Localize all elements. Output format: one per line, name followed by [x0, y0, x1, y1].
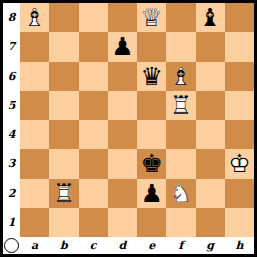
square-b6[interactable] — [49, 62, 78, 91]
square-f7[interactable] — [166, 32, 195, 61]
piece-white-king-h3: ♚♔ — [225, 149, 254, 178]
file-label-d: d — [108, 237, 137, 254]
square-h3[interactable]: ♚♔ — [225, 149, 254, 178]
square-f5[interactable]: ♜♖ — [166, 91, 195, 120]
square-a5[interactable] — [20, 91, 49, 120]
piece-black-bishop-g8: ♝ — [196, 3, 225, 32]
square-d1[interactable] — [108, 208, 137, 237]
square-h2[interactable] — [225, 179, 254, 208]
rank-label-2: 2 — [3, 179, 20, 208]
square-g1[interactable] — [196, 208, 225, 237]
square-a3[interactable] — [20, 149, 49, 178]
file-label-f: f — [166, 237, 195, 254]
file-label-b: b — [49, 237, 78, 254]
square-a1[interactable] — [20, 208, 49, 237]
square-f4[interactable] — [166, 120, 195, 149]
square-h7[interactable] — [225, 32, 254, 61]
file-label-h: h — [225, 237, 254, 254]
file-label-c: c — [79, 237, 108, 254]
piece-white-bishop-a8: ♝♗ — [20, 3, 49, 32]
square-h1[interactable] — [225, 208, 254, 237]
square-g6[interactable] — [196, 62, 225, 91]
white-to-move-indicator — [4, 238, 19, 253]
rank-label-1: 1 — [3, 208, 20, 237]
square-h4[interactable] — [225, 120, 254, 149]
square-d4[interactable] — [108, 120, 137, 149]
square-b8[interactable] — [49, 3, 78, 32]
square-e6[interactable]: ♛ — [137, 62, 166, 91]
square-c6[interactable] — [79, 62, 108, 91]
square-a2[interactable] — [20, 179, 49, 208]
square-c2[interactable] — [79, 179, 108, 208]
square-g3[interactable] — [196, 149, 225, 178]
square-d2[interactable] — [108, 179, 137, 208]
square-f2[interactable]: ♞♘ — [166, 179, 195, 208]
rank-label-5: 5 — [3, 91, 20, 120]
side-to-move-corner — [3, 237, 20, 254]
piece-black-pawn-d7: ♟ — [108, 32, 137, 61]
square-h5[interactable] — [225, 91, 254, 120]
square-c5[interactable] — [79, 91, 108, 120]
rank-label-6: 6 — [3, 62, 20, 91]
square-g7[interactable] — [196, 32, 225, 61]
piece-white-rook-b2: ♜♖ — [49, 179, 78, 208]
square-e1[interactable] — [137, 208, 166, 237]
square-f1[interactable] — [166, 208, 195, 237]
file-label-e: e — [137, 237, 166, 254]
square-c8[interactable] — [79, 3, 108, 32]
square-c1[interactable] — [79, 208, 108, 237]
square-a8[interactable]: ♝♗ — [20, 3, 49, 32]
square-g2[interactable] — [196, 179, 225, 208]
square-e7[interactable] — [137, 32, 166, 61]
square-c7[interactable] — [79, 32, 108, 61]
square-a7[interactable] — [20, 32, 49, 61]
square-c3[interactable] — [79, 149, 108, 178]
square-b3[interactable] — [49, 149, 78, 178]
piece-black-pawn-e2: ♟ — [137, 179, 166, 208]
square-e5[interactable] — [137, 91, 166, 120]
piece-black-king-e3: ♚ — [137, 149, 166, 178]
rank-labels: 87654321 — [3, 3, 20, 237]
square-e8[interactable]: ♛♕ — [137, 3, 166, 32]
piece-white-queen-e8: ♛♕ — [137, 3, 166, 32]
square-b2[interactable]: ♜♖ — [49, 179, 78, 208]
square-h8[interactable] — [225, 3, 254, 32]
file-label-g: g — [196, 237, 225, 254]
square-c4[interactable] — [79, 120, 108, 149]
board: ♝♗♛♕♝♟♛♝♗♜♖♚♚♔♜♖♟♞♘ — [20, 3, 254, 237]
square-h6[interactable] — [225, 62, 254, 91]
piece-white-rook-f5: ♜♖ — [166, 91, 195, 120]
square-d8[interactable] — [108, 3, 137, 32]
square-g8[interactable]: ♝ — [196, 3, 225, 32]
square-a6[interactable] — [20, 62, 49, 91]
file-labels: abcdefgh — [20, 237, 254, 254]
square-g5[interactable] — [196, 91, 225, 120]
square-f6[interactable]: ♝♗ — [166, 62, 195, 91]
rank-label-4: 4 — [3, 120, 20, 149]
square-a4[interactable] — [20, 120, 49, 149]
rank-label-3: 3 — [3, 149, 20, 178]
square-f8[interactable] — [166, 3, 195, 32]
square-b7[interactable] — [49, 32, 78, 61]
square-b4[interactable] — [49, 120, 78, 149]
square-d6[interactable] — [108, 62, 137, 91]
square-b5[interactable] — [49, 91, 78, 120]
square-d3[interactable] — [108, 149, 137, 178]
piece-white-bishop-f6: ♝♗ — [166, 62, 195, 91]
file-label-a: a — [20, 237, 49, 254]
square-e2[interactable]: ♟ — [137, 179, 166, 208]
square-d5[interactable] — [108, 91, 137, 120]
square-b1[interactable] — [49, 208, 78, 237]
piece-white-knight-f2: ♞♘ — [166, 179, 195, 208]
rank-label-8: 8 — [3, 3, 20, 32]
chess-diagram: 87654321 ♝♗♛♕♝♟♛♝♗♜♖♚♚♔♜♖♟♞♘ abcdefgh — [0, 0, 257, 257]
square-e4[interactable] — [137, 120, 166, 149]
square-e3[interactable]: ♚ — [137, 149, 166, 178]
square-f3[interactable] — [166, 149, 195, 178]
square-d7[interactable]: ♟ — [108, 32, 137, 61]
diagram-inner: 87654321 ♝♗♛♕♝♟♛♝♗♜♖♚♚♔♜♖♟♞♘ abcdefgh — [3, 3, 254, 254]
square-g4[interactable] — [196, 120, 225, 149]
piece-black-queen-e6: ♛ — [137, 62, 166, 91]
rank-label-7: 7 — [3, 32, 20, 61]
